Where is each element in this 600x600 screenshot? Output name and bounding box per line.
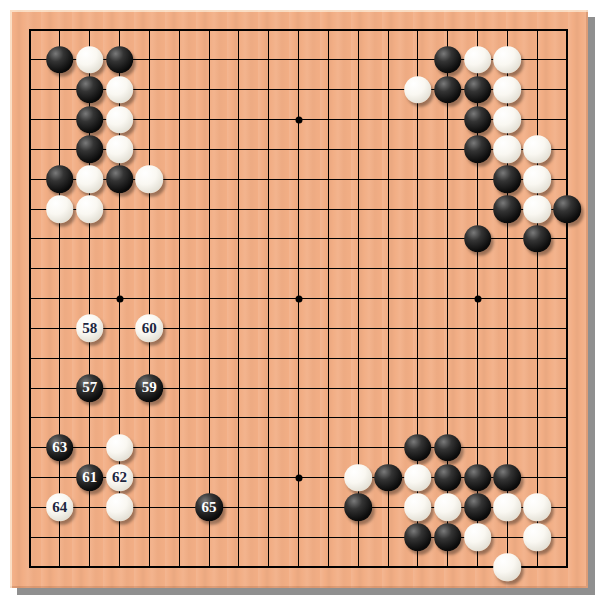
black-stone-move-57: 57 bbox=[76, 374, 104, 402]
black-stone bbox=[434, 464, 462, 492]
white-stone bbox=[106, 494, 134, 522]
white-stone bbox=[404, 76, 432, 104]
white-stone bbox=[106, 76, 134, 104]
black-stone bbox=[494, 195, 522, 223]
grid-line-vertical bbox=[566, 29, 568, 568]
black-stone-move-63: 63 bbox=[46, 434, 74, 462]
black-stone bbox=[434, 434, 462, 462]
white-stone bbox=[523, 165, 551, 193]
move-number-label: 62 bbox=[112, 470, 127, 485]
black-stone bbox=[434, 523, 462, 551]
move-number-label: 60 bbox=[142, 321, 157, 336]
grid-line-vertical bbox=[537, 29, 538, 568]
white-stone bbox=[523, 523, 551, 551]
white-stone bbox=[344, 464, 372, 492]
white-stone bbox=[494, 106, 522, 134]
white-stone bbox=[46, 195, 74, 223]
move-number-label: 59 bbox=[142, 381, 157, 396]
black-stone bbox=[494, 464, 522, 492]
star-point bbox=[295, 295, 302, 302]
black-stone bbox=[464, 494, 492, 522]
black-stone-move-61: 61 bbox=[76, 464, 104, 492]
grid-line-horizontal bbox=[29, 328, 568, 329]
white-stone bbox=[106, 106, 134, 134]
star-point bbox=[116, 295, 123, 302]
white-stone bbox=[404, 494, 432, 522]
black-stone bbox=[344, 494, 372, 522]
black-stone bbox=[106, 165, 134, 193]
white-stone bbox=[494, 136, 522, 164]
black-stone bbox=[464, 136, 492, 164]
black-stone bbox=[46, 46, 74, 74]
white-stone-move-64: 64 bbox=[46, 494, 74, 522]
grid-line-horizontal bbox=[29, 417, 568, 418]
white-stone-move-60: 60 bbox=[136, 315, 164, 343]
black-stone bbox=[494, 165, 522, 193]
move-number-label: 65 bbox=[202, 500, 217, 515]
black-stone-move-65: 65 bbox=[195, 494, 223, 522]
black-stone bbox=[374, 464, 402, 492]
black-stone bbox=[76, 76, 104, 104]
white-stone bbox=[76, 165, 104, 193]
white-stone bbox=[434, 494, 462, 522]
white-stone bbox=[494, 553, 522, 581]
black-stone bbox=[464, 464, 492, 492]
black-stone bbox=[46, 165, 74, 193]
black-stone bbox=[464, 106, 492, 134]
black-stone-move-59: 59 bbox=[136, 374, 164, 402]
white-stone bbox=[106, 136, 134, 164]
black-stone bbox=[464, 225, 492, 253]
white-stone bbox=[494, 46, 522, 74]
star-point bbox=[295, 116, 302, 123]
black-stone bbox=[553, 195, 581, 223]
white-stone bbox=[464, 523, 492, 551]
black-stone bbox=[523, 225, 551, 253]
black-stone bbox=[464, 76, 492, 104]
star-point bbox=[474, 295, 481, 302]
black-stone bbox=[404, 523, 432, 551]
grid-line-vertical bbox=[328, 29, 329, 568]
move-number-label: 58 bbox=[82, 321, 97, 336]
go-board[interactable]: 586057596361626465 bbox=[10, 10, 588, 588]
star-point bbox=[295, 474, 302, 481]
white-stone bbox=[523, 136, 551, 164]
black-stone bbox=[106, 46, 134, 74]
white-stone bbox=[404, 464, 432, 492]
white-stone bbox=[523, 195, 551, 223]
white-stone bbox=[76, 46, 104, 74]
black-stone bbox=[76, 136, 104, 164]
move-number-label: 57 bbox=[82, 381, 97, 396]
grid-line-horizontal bbox=[29, 388, 568, 389]
white-stone-move-58: 58 bbox=[76, 315, 104, 343]
white-stone bbox=[494, 76, 522, 104]
white-stone bbox=[494, 494, 522, 522]
grid-line-horizontal bbox=[29, 566, 568, 568]
black-stone bbox=[434, 76, 462, 104]
white-stone bbox=[523, 494, 551, 522]
move-number-label: 63 bbox=[52, 440, 67, 455]
black-stone bbox=[404, 434, 432, 462]
move-number-label: 61 bbox=[82, 470, 97, 485]
white-stone bbox=[106, 434, 134, 462]
white-stone bbox=[136, 165, 164, 193]
black-stone bbox=[76, 106, 104, 134]
white-stone-move-62: 62 bbox=[106, 464, 134, 492]
board-grid: 586057596361626465 bbox=[30, 30, 567, 567]
white-stone bbox=[76, 195, 104, 223]
white-stone bbox=[464, 46, 492, 74]
move-number-label: 64 bbox=[52, 500, 67, 515]
grid-line-horizontal bbox=[29, 358, 568, 359]
black-stone bbox=[434, 46, 462, 74]
